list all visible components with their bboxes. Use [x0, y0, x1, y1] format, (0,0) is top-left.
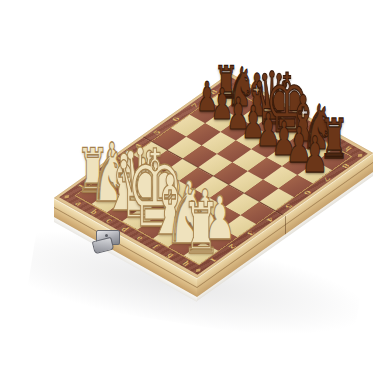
clasp-screw — [105, 234, 108, 237]
chess-set-product-photo: aabbccddeeffgghh1122334455667788 ♜♞♝♛♚♝♞… — [0, 0, 375, 375]
fold-seam-side — [285, 216, 286, 235]
metal-clasp-icon — [93, 230, 121, 251]
